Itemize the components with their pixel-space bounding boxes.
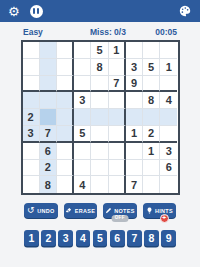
sudoku-cell-r8c1[interactable]	[23, 160, 40, 177]
sudoku-cell-r8c5[interactable]	[91, 160, 108, 177]
sudoku-cell-r5c7[interactable]	[126, 109, 143, 126]
number-pad: 123456789	[24, 230, 176, 246]
erase-button[interactable]: ERASE	[64, 203, 98, 218]
undo-icon: ↺	[27, 206, 35, 215]
sudoku-cell-r9c9[interactable]	[160, 176, 177, 193]
sudoku-cell-r6c8[interactable]: 2	[143, 126, 160, 143]
sudoku-cell-r6c3[interactable]	[57, 126, 74, 143]
sudoku-cell-r1c3[interactable]	[57, 42, 74, 59]
sudoku-cell-r6c5[interactable]	[91, 126, 108, 143]
sudoku-cell-r3c7[interactable]: 9	[126, 76, 143, 93]
numpad-button-6[interactable]: 6	[110, 230, 125, 246]
sudoku-cell-r6c9[interactable]	[160, 126, 177, 143]
sudoku-cell-r8c2[interactable]: 2	[40, 160, 57, 177]
sudoku-cell-r4c6[interactable]	[109, 92, 126, 109]
sudoku-cell-r5c9[interactable]	[160, 109, 177, 126]
undo-button[interactable]: ↺ UNDO	[24, 203, 58, 218]
sudoku-cell-r8c4[interactable]	[74, 160, 91, 177]
sudoku-cell-r1c8[interactable]	[143, 42, 160, 59]
sudoku-cell-r4c7[interactable]	[126, 92, 143, 109]
numpad-button-1[interactable]: 1	[24, 230, 39, 246]
sudoku-cell-r6c7[interactable]: 1	[126, 126, 143, 143]
sudoku-cell-r7c5[interactable]	[91, 143, 108, 160]
sudoku-cell-r6c1[interactable]: 3	[23, 126, 40, 143]
numpad-button-9[interactable]: 9	[161, 230, 176, 246]
sudoku-cell-r1c7[interactable]	[126, 42, 143, 59]
hints-plus-badge: +	[160, 214, 169, 223]
sudoku-cell-r2c4[interactable]	[74, 59, 91, 76]
sudoku-cell-r9c5[interactable]	[91, 176, 108, 193]
sudoku-cell-r4c3[interactable]	[57, 92, 74, 109]
sudoku-cell-r7c4[interactable]	[74, 143, 91, 160]
notes-label: NOTES	[114, 208, 134, 214]
sudoku-cell-r1c9[interactable]	[160, 42, 177, 59]
sudoku-cell-r8c7[interactable]	[126, 160, 143, 177]
sudoku-cell-r1c1[interactable]	[23, 42, 40, 59]
sudoku-cell-r2c3[interactable]	[57, 59, 74, 76]
sudoku-cell-r5c8[interactable]	[143, 109, 160, 126]
pause-icon	[33, 8, 35, 14]
notes-off-badge: OFF	[111, 215, 128, 222]
sudoku-cell-r9c3[interactable]	[57, 176, 74, 193]
sudoku-cell-r4c1[interactable]	[23, 92, 40, 109]
sudoku-cell-r9c1[interactable]	[23, 176, 40, 193]
sudoku-cell-r3c2[interactable]	[40, 76, 57, 93]
difficulty-label: Easy	[23, 27, 81, 37]
undo-label: UNDO	[37, 208, 54, 214]
sudoku-cell-r2c7[interactable]: 3	[126, 59, 143, 76]
theme-palette-icon[interactable]	[178, 4, 192, 18]
sudoku-cell-r2c6[interactable]	[109, 59, 126, 76]
pause-button[interactable]	[30, 5, 43, 18]
numpad-button-2[interactable]: 2	[41, 230, 56, 246]
sudoku-cell-r9c2[interactable]: 8	[40, 176, 57, 193]
sudoku-cell-r3c9[interactable]	[160, 76, 177, 93]
sudoku-board: 5183517938423751261326847	[21, 40, 180, 195]
sudoku-cell-r3c1[interactable]	[23, 76, 40, 93]
sudoku-cell-r8c3[interactable]	[57, 160, 74, 177]
sudoku-cell-r2c1[interactable]	[23, 59, 40, 76]
hints-label: HINTS	[155, 208, 173, 214]
eraser-icon	[65, 207, 72, 214]
sudoku-cell-r1c2[interactable]	[40, 42, 57, 59]
sudoku-cell-r9c7[interactable]: 7	[126, 176, 143, 193]
sudoku-cell-r6c6[interactable]	[109, 126, 126, 143]
sudoku-cell-r4c5[interactable]	[91, 92, 108, 109]
timer: 00:05	[135, 27, 177, 37]
sudoku-cell-r7c8[interactable]: 1	[143, 143, 160, 160]
sudoku-cell-r5c5[interactable]	[91, 109, 108, 126]
sudoku-cell-r7c3[interactable]	[57, 143, 74, 160]
settings-gear-icon[interactable]: ⚙	[8, 5, 20, 18]
sudoku-cell-r2c2[interactable]	[40, 59, 57, 76]
sudoku-cell-r4c9[interactable]: 4	[160, 92, 177, 109]
sudoku-cell-r3c5[interactable]	[91, 76, 108, 93]
sudoku-cell-r8c8[interactable]	[143, 160, 160, 177]
numpad-button-3[interactable]: 3	[58, 230, 73, 246]
sudoku-cell-r6c4[interactable]: 5	[74, 126, 91, 143]
sudoku-cell-r5c2[interactable]	[40, 109, 57, 126]
sudoku-cell-r7c9[interactable]: 3	[160, 143, 177, 160]
sudoku-cell-r7c7[interactable]	[126, 143, 143, 160]
sudoku-cell-r3c8[interactable]	[143, 76, 160, 93]
top-bar: ⚙	[0, 0, 200, 22]
game-header: Easy Miss: 0/3 00:05	[23, 27, 177, 37]
sudoku-cell-r4c8[interactable]: 8	[143, 92, 160, 109]
sudoku-cell-r5c1[interactable]: 2	[23, 109, 40, 126]
pencil-icon	[105, 207, 112, 214]
sudoku-cell-r3c4[interactable]	[74, 76, 91, 93]
sudoku-cell-r2c9[interactable]: 1	[160, 59, 177, 76]
numpad-button-5[interactable]: 5	[93, 230, 108, 246]
sudoku-cell-r2c5[interactable]: 8	[91, 59, 108, 76]
sudoku-cell-r1c6[interactable]: 1	[109, 42, 126, 59]
sudoku-cell-r1c5[interactable]: 5	[91, 42, 108, 59]
sudoku-cell-r5c4[interactable]	[74, 109, 91, 126]
sudoku-cell-r8c6[interactable]	[109, 160, 126, 177]
miss-counter: Miss: 0/3	[81, 27, 134, 37]
lightbulb-icon	[146, 207, 153, 214]
sudoku-cell-r6c2[interactable]: 7	[40, 126, 57, 143]
notes-button[interactable]: NOTES OFF	[103, 203, 137, 218]
sudoku-cell-r7c1[interactable]	[23, 143, 40, 160]
numpad-button-4[interactable]: 4	[76, 230, 91, 246]
sudoku-cell-r9c4[interactable]: 4	[74, 176, 91, 193]
sudoku-cell-r3c3[interactable]	[57, 76, 74, 93]
sudoku-cell-r9c6[interactable]	[109, 176, 126, 193]
sudoku-cell-r9c8[interactable]	[143, 176, 160, 193]
numpad-button-7[interactable]: 7	[127, 230, 142, 246]
sudoku-cell-r5c6[interactable]	[109, 109, 126, 126]
sudoku-cell-r5c3[interactable]	[57, 109, 74, 126]
pause-icon	[37, 8, 39, 14]
sudoku-cell-r4c2[interactable]	[40, 92, 57, 109]
numpad-button-8[interactable]: 8	[144, 230, 159, 246]
sudoku-cell-r7c2[interactable]: 6	[40, 143, 57, 160]
sudoku-cell-r8c9[interactable]: 6	[160, 160, 177, 177]
sudoku-cell-r3c6[interactable]: 7	[109, 76, 126, 93]
sudoku-cell-r1c4[interactable]	[74, 42, 91, 59]
sudoku-cell-r7c6[interactable]	[109, 143, 126, 160]
toolbar: ↺ UNDO ERASE NOTES OFF HINTS +	[24, 203, 176, 218]
sudoku-cell-r2c8[interactable]: 5	[143, 59, 160, 76]
erase-label: ERASE	[75, 208, 95, 214]
hints-button[interactable]: HINTS +	[143, 203, 177, 218]
sudoku-cell-r4c4[interactable]: 3	[74, 92, 91, 109]
